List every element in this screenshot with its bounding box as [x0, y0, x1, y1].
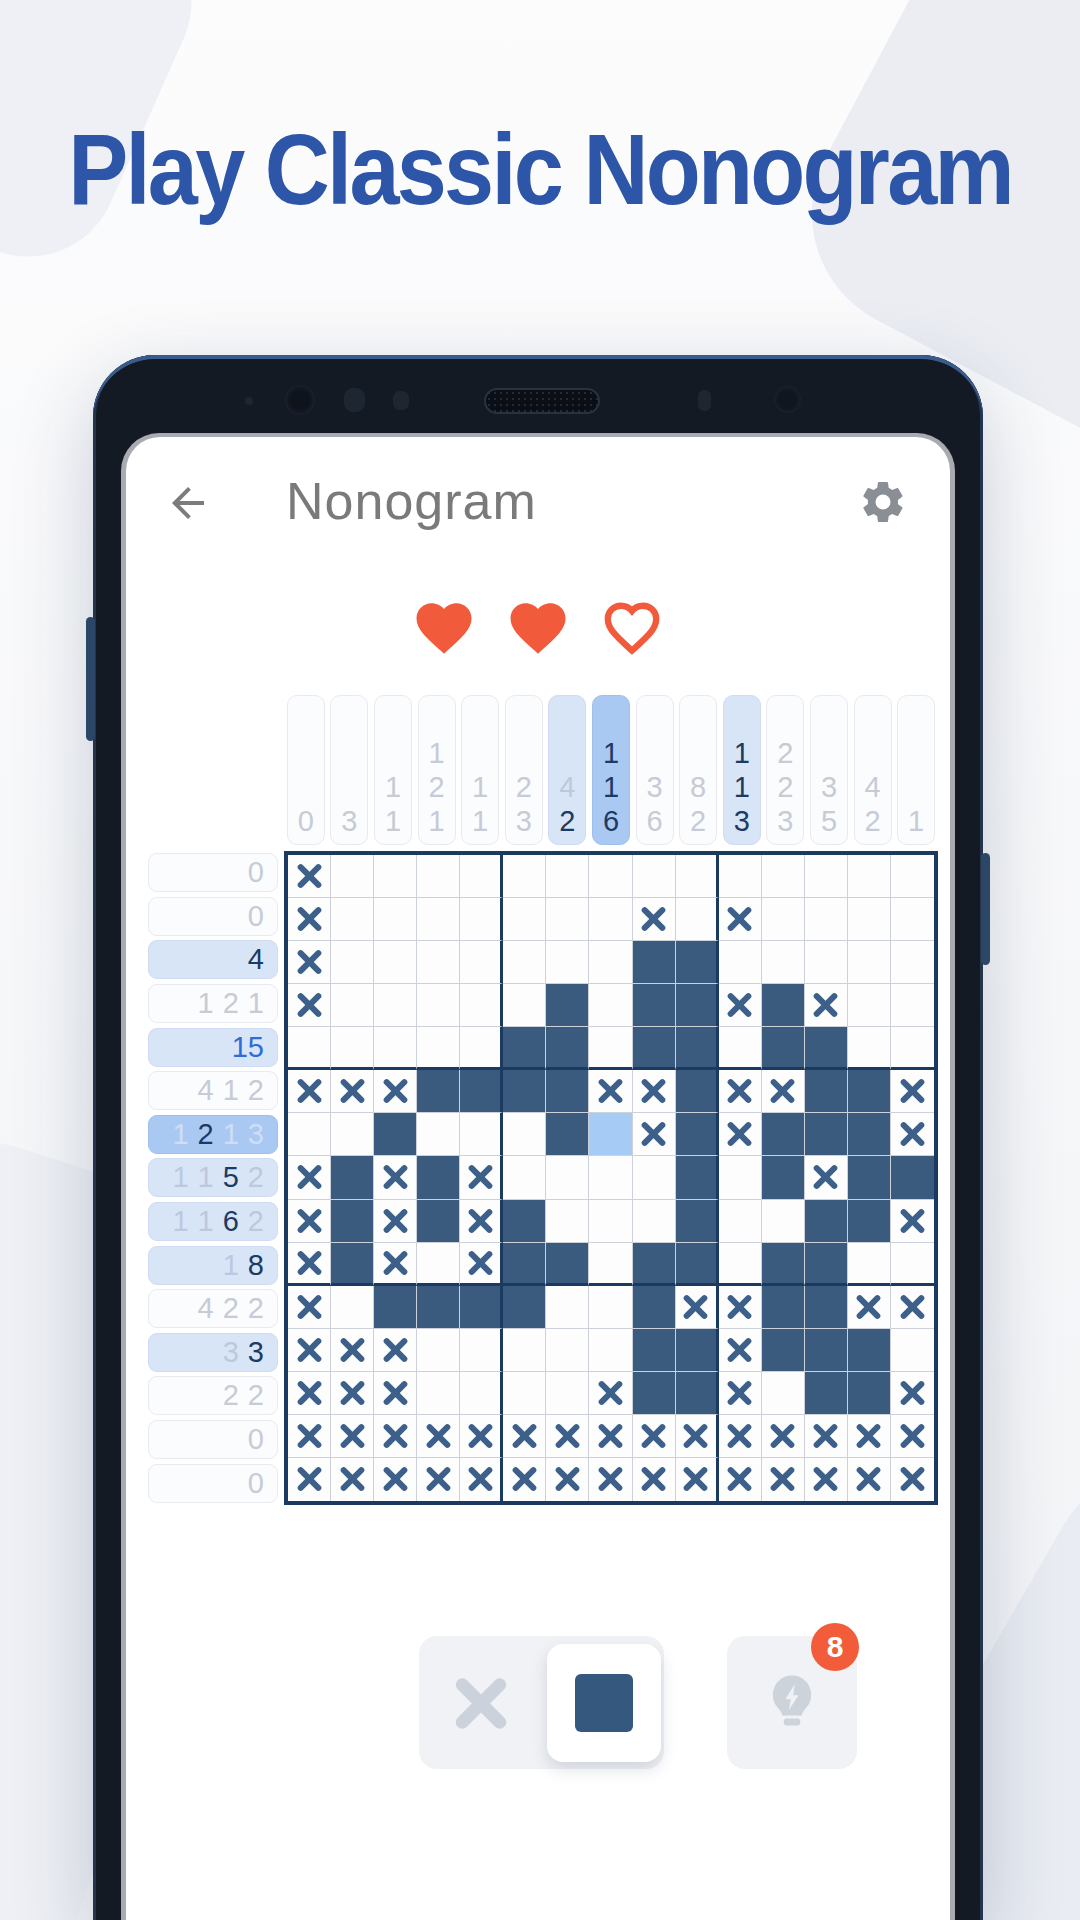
lightbulb-icon	[759, 1670, 825, 1736]
cell-r14-c8[interactable]	[589, 1415, 632, 1458]
cell-r14-c14[interactable]	[848, 1415, 891, 1458]
cell-r14-c11[interactable]	[719, 1415, 762, 1458]
cell-r6-c13[interactable]	[805, 1070, 848, 1113]
cell-r9-c11[interactable]	[719, 1200, 762, 1243]
cell-r9-c4[interactable]	[417, 1200, 460, 1243]
x-mark-icon	[296, 949, 323, 976]
row-clue-10: 18	[148, 1246, 278, 1285]
cell-r11-c11[interactable]	[719, 1286, 762, 1329]
cell-r7-c15[interactable]	[891, 1113, 934, 1156]
cell-r8-c12[interactable]	[762, 1156, 805, 1199]
cell-r2-c9[interactable]	[633, 898, 676, 941]
cell-r10-c1[interactable]	[288, 1243, 331, 1286]
cell-r8-c9[interactable]	[633, 1156, 676, 1199]
cell-r8-c4[interactable]	[417, 1156, 460, 1199]
cell-r13-c14[interactable]	[848, 1372, 891, 1415]
cell-r12-c2[interactable]	[331, 1329, 374, 1372]
x-mark-icon	[597, 1078, 624, 1105]
cell-r2-c12[interactable]	[762, 898, 805, 941]
cell-r12-c5[interactable]	[460, 1329, 503, 1372]
cell-r13-c9[interactable]	[633, 1372, 676, 1415]
x-mark-icon	[899, 1422, 926, 1449]
x-mark-icon	[339, 1466, 366, 1493]
fill-tool-button[interactable]	[547, 1644, 661, 1762]
cell-r5-c5[interactable]	[460, 1027, 503, 1070]
cell-r3-c2[interactable]	[331, 941, 374, 984]
cell-r11-c6[interactable]	[503, 1286, 546, 1329]
cell-r10-c11[interactable]	[719, 1243, 762, 1286]
cell-r12-c10[interactable]	[676, 1329, 719, 1372]
cell-r6-c1[interactable]	[288, 1070, 331, 1113]
x-mark-icon	[899, 1121, 926, 1148]
notification-led	[698, 390, 711, 411]
cell-r14-c2[interactable]	[331, 1415, 374, 1458]
cell-r3-c13[interactable]	[805, 941, 848, 984]
x-mark-icon	[382, 1164, 409, 1191]
cell-r14-c4[interactable]	[417, 1415, 460, 1458]
col-clue-14: 42	[854, 695, 892, 845]
cell-r15-c15[interactable]	[891, 1458, 934, 1501]
cell-r2-c3[interactable]	[374, 898, 417, 941]
sensor-dot	[393, 391, 409, 410]
cell-r8-c2[interactable]	[331, 1156, 374, 1199]
cell-r13-c3[interactable]	[374, 1372, 417, 1415]
cell-r15-c13[interactable]	[805, 1458, 848, 1501]
cell-r11-c3[interactable]	[374, 1286, 417, 1329]
cell-r1-c11[interactable]	[719, 855, 762, 898]
cell-r4-c10[interactable]	[676, 984, 719, 1027]
row-clue-2: 0	[148, 897, 278, 936]
cell-r2-c15[interactable]	[891, 898, 934, 941]
cell-r10-c7[interactable]	[546, 1243, 589, 1286]
back-arrow-icon[interactable]	[164, 479, 212, 527]
x-mark-icon	[899, 1078, 926, 1105]
cell-r7-c6[interactable]	[503, 1113, 546, 1156]
cell-r4-c8[interactable]	[589, 984, 632, 1027]
cell-r7-c3[interactable]	[374, 1113, 417, 1156]
gear-icon[interactable]	[858, 477, 908, 527]
cell-r4-c4[interactable]	[417, 984, 460, 1027]
cell-r11-c15[interactable]	[891, 1286, 934, 1329]
cell-r15-c8[interactable]	[589, 1458, 632, 1501]
x-mark-icon	[467, 1164, 494, 1191]
cell-r9-c13[interactable]	[805, 1200, 848, 1243]
cell-r1-c6[interactable]	[503, 855, 546, 898]
cell-r13-c4[interactable]	[417, 1372, 460, 1415]
cell-r12-c6[interactable]	[503, 1329, 546, 1372]
cell-r10-c4[interactable]	[417, 1243, 460, 1286]
cell-r12-c12[interactable]	[762, 1329, 805, 1372]
cell-r2-c1[interactable]	[288, 898, 331, 941]
cell-r11-c14[interactable]	[848, 1286, 891, 1329]
col-clue-3: 11	[374, 695, 412, 845]
cell-r14-c6[interactable]	[503, 1415, 546, 1458]
cell-r10-c5[interactable]	[460, 1243, 503, 1286]
cell-r14-c5[interactable]	[460, 1415, 503, 1458]
cell-r4-c1[interactable]	[288, 984, 331, 1027]
cell-r15-c3[interactable]	[374, 1458, 417, 1501]
cell-r10-c15[interactable]	[891, 1243, 934, 1286]
cell-r3-c11[interactable]	[719, 941, 762, 984]
col-clue-13: 35	[810, 695, 848, 845]
cell-r11-c4[interactable]	[417, 1286, 460, 1329]
cell-r13-c10[interactable]	[676, 1372, 719, 1415]
cell-r2-c10[interactable]	[676, 898, 719, 941]
x-tool-button[interactable]	[451, 1672, 511, 1732]
cell-r10-c3[interactable]	[374, 1243, 417, 1286]
cell-r13-c11[interactable]	[719, 1372, 762, 1415]
x-mark-icon	[726, 992, 753, 1019]
iris-sensor	[344, 388, 365, 412]
cell-r12-c3[interactable]	[374, 1329, 417, 1372]
cell-r15-c7[interactable]	[546, 1458, 589, 1501]
cell-r8-c6[interactable]	[503, 1156, 546, 1199]
x-mark-icon	[726, 906, 753, 933]
col-clue-8: 116	[592, 695, 630, 845]
cell-r14-c7[interactable]	[546, 1415, 589, 1458]
cell-r1-c2[interactable]	[331, 855, 374, 898]
cell-r9-c10[interactable]	[676, 1200, 719, 1243]
cell-r2-c6[interactable]	[503, 898, 546, 941]
cell-r8-c1[interactable]	[288, 1156, 331, 1199]
cell-r2-c4[interactable]	[417, 898, 460, 941]
cell-r13-c1[interactable]	[288, 1372, 331, 1415]
cell-r1-c8[interactable]	[589, 855, 632, 898]
x-mark-icon	[382, 1422, 409, 1449]
row-clue-6: 412	[148, 1071, 278, 1110]
cell-r2-c11[interactable]	[719, 898, 762, 941]
cell-r7-c7[interactable]	[546, 1113, 589, 1156]
cell-r8-c8[interactable]	[589, 1156, 632, 1199]
cell-r5-c9[interactable]	[633, 1027, 676, 1070]
cell-r1-c10[interactable]	[676, 855, 719, 898]
x-mark-icon	[769, 1078, 796, 1105]
col-clue-2: 3	[330, 695, 368, 845]
col-clue-4: 121	[418, 695, 456, 845]
cell-r6-c15[interactable]	[891, 1070, 934, 1113]
cell-r3-c6[interactable]	[503, 941, 546, 984]
x-mark-icon	[425, 1466, 452, 1493]
cell-r7-c14[interactable]	[848, 1113, 891, 1156]
cell-r14-c3[interactable]	[374, 1415, 417, 1458]
cell-r6-c14[interactable]	[848, 1070, 891, 1113]
cell-r7-c13[interactable]	[805, 1113, 848, 1156]
cell-r3-c3[interactable]	[374, 941, 417, 984]
col-clue-15: 1	[897, 695, 935, 845]
cell-r1-c9[interactable]	[633, 855, 676, 898]
cell-r9-c15[interactable]	[891, 1200, 934, 1243]
cell-r5-c8[interactable]	[589, 1027, 632, 1070]
row-clue-4: 121	[148, 984, 278, 1023]
cell-r9-c3[interactable]	[374, 1200, 417, 1243]
cell-r14-c10[interactable]	[676, 1415, 719, 1458]
cell-r4-c3[interactable]	[374, 984, 417, 1027]
cell-r15-c11[interactable]	[719, 1458, 762, 1501]
x-mark-icon	[640, 1121, 667, 1148]
x-mark-icon	[296, 1293, 323, 1320]
cell-r10-c8[interactable]	[589, 1243, 632, 1286]
cell-r9-c14[interactable]	[848, 1200, 891, 1243]
x-mark-icon	[467, 1466, 494, 1493]
cell-r1-c3[interactable]	[374, 855, 417, 898]
cell-r4-c7[interactable]	[546, 984, 589, 1027]
row-clue-8: 1152	[148, 1158, 278, 1197]
cell-r15-c10[interactable]	[676, 1458, 719, 1501]
cell-r12-c1[interactable]	[288, 1329, 331, 1372]
cell-r5-c3[interactable]	[374, 1027, 417, 1070]
volume-button	[86, 617, 95, 741]
cell-r13-c7[interactable]	[546, 1372, 589, 1415]
col-clue-11: 113	[723, 695, 761, 845]
cell-r15-c1[interactable]	[288, 1458, 331, 1501]
x-mark-icon	[726, 1422, 753, 1449]
cell-r6-c5[interactable]	[460, 1070, 503, 1113]
cell-r1-c4[interactable]	[417, 855, 460, 898]
x-mark-icon	[382, 1078, 409, 1105]
cell-r3-c5[interactable]	[460, 941, 503, 984]
cell-r6-c7[interactable]	[546, 1070, 589, 1113]
row-clue-15: 0	[148, 1464, 278, 1503]
cell-r10-c13[interactable]	[805, 1243, 848, 1286]
cell-r9-c9[interactable]	[633, 1200, 676, 1243]
cell-r12-c8[interactable]	[589, 1329, 632, 1372]
cell-r1-c13[interactable]	[805, 855, 848, 898]
cell-r2-c2[interactable]	[331, 898, 374, 941]
heart-filled-icon	[505, 595, 571, 661]
cell-r10-c9[interactable]	[633, 1243, 676, 1286]
cell-r14-c13[interactable]	[805, 1415, 848, 1458]
cell-r5-c4[interactable]	[417, 1027, 460, 1070]
x-mark-icon	[425, 1422, 452, 1449]
proximity-sensor	[245, 397, 253, 405]
cell-r4-c6[interactable]	[503, 984, 546, 1027]
cell-r1-c1[interactable]	[288, 855, 331, 898]
hint-count-badge: 8	[811, 1623, 859, 1671]
x-mark-icon	[726, 1293, 753, 1320]
cell-r2-c8[interactable]	[589, 898, 632, 941]
cell-r5-c14[interactable]	[848, 1027, 891, 1070]
cell-r11-c9[interactable]	[633, 1286, 676, 1329]
cell-r3-c14[interactable]	[848, 941, 891, 984]
cell-r8-c10[interactable]	[676, 1156, 719, 1199]
cell-r12-c15[interactable]	[891, 1329, 934, 1372]
row-clue-11: 422	[148, 1289, 278, 1328]
cell-r3-c12[interactable]	[762, 941, 805, 984]
row-clue-5: 15	[148, 1028, 278, 1067]
cell-r2-c13[interactable]	[805, 898, 848, 941]
cell-r7-c4[interactable]	[417, 1113, 460, 1156]
cell-r2-c7[interactable]	[546, 898, 589, 941]
cell-r7-c11[interactable]	[719, 1113, 762, 1156]
cell-r13-c2[interactable]	[331, 1372, 374, 1415]
cell-r7-c9[interactable]	[633, 1113, 676, 1156]
cell-r6-c2[interactable]	[331, 1070, 374, 1113]
x-mark-icon	[339, 1078, 366, 1105]
cell-r4-c2[interactable]	[331, 984, 374, 1027]
cell-r11-c12[interactable]	[762, 1286, 805, 1329]
cell-r4-c13[interactable]	[805, 984, 848, 1027]
cell-r15-c14[interactable]	[848, 1458, 891, 1501]
cell-r8-c5[interactable]	[460, 1156, 503, 1199]
cell-r12-c9[interactable]	[633, 1329, 676, 1372]
cell-r4-c15[interactable]	[891, 984, 934, 1027]
cell-r4-c9[interactable]	[633, 984, 676, 1027]
cell-r3-c4[interactable]	[417, 941, 460, 984]
cell-r5-c13[interactable]	[805, 1027, 848, 1070]
x-mark-icon	[682, 1422, 709, 1449]
cell-r13-c12[interactable]	[762, 1372, 805, 1415]
cell-r2-c14[interactable]	[848, 898, 891, 941]
cell-r9-c8[interactable]	[589, 1200, 632, 1243]
row-clue-12: 33	[148, 1333, 278, 1372]
x-mark-icon	[554, 1422, 581, 1449]
cell-r5-c7[interactable]	[546, 1027, 589, 1070]
cell-r15-c4[interactable]	[417, 1458, 460, 1501]
cell-r14-c15[interactable]	[891, 1415, 934, 1458]
cell-r12-c11[interactable]	[719, 1329, 762, 1372]
x-mark-icon	[296, 906, 323, 933]
cell-r6-c9[interactable]	[633, 1070, 676, 1113]
col-clue-1: 0	[287, 695, 325, 845]
cell-r8-c11[interactable]	[719, 1156, 762, 1199]
cell-r11-c5[interactable]	[460, 1286, 503, 1329]
x-mark-icon	[467, 1207, 494, 1234]
cell-r10-c12[interactable]	[762, 1243, 805, 1286]
x-mark-icon	[855, 1293, 882, 1320]
col-clue-10: 82	[679, 695, 717, 845]
cell-r14-c12[interactable]	[762, 1415, 805, 1458]
cell-r7-c2[interactable]	[331, 1113, 374, 1156]
col-clue-9: 36	[636, 695, 674, 845]
cell-r1-c5[interactable]	[460, 855, 503, 898]
cell-r7-c8[interactable]	[589, 1113, 632, 1156]
cell-r11-c1[interactable]	[288, 1286, 331, 1329]
cell-r12-c14[interactable]	[848, 1329, 891, 1372]
cell-r12-c4[interactable]	[417, 1329, 460, 1372]
x-mark-icon	[769, 1422, 796, 1449]
cell-r11-c2[interactable]	[331, 1286, 374, 1329]
cell-r11-c10[interactable]	[676, 1286, 719, 1329]
cell-r6-c10[interactable]	[676, 1070, 719, 1113]
cell-r1-c15[interactable]	[891, 855, 934, 898]
cell-r9-c5[interactable]	[460, 1200, 503, 1243]
cell-r13-c5[interactable]	[460, 1372, 503, 1415]
cell-r1-c7[interactable]	[546, 855, 589, 898]
cell-r10-c10[interactable]	[676, 1243, 719, 1286]
cell-r5-c10[interactable]	[676, 1027, 719, 1070]
cell-r6-c8[interactable]	[589, 1070, 632, 1113]
x-mark-icon	[899, 1379, 926, 1406]
cell-r8-c15[interactable]	[891, 1156, 934, 1199]
row-clue-3: 4	[148, 940, 278, 979]
cell-r13-c15[interactable]	[891, 1372, 934, 1415]
cell-r9-c12[interactable]	[762, 1200, 805, 1243]
cell-r2-c5[interactable]	[460, 898, 503, 941]
cell-r4-c11[interactable]	[719, 984, 762, 1027]
x-mark-icon	[296, 1078, 323, 1105]
cell-r11-c13[interactable]	[805, 1286, 848, 1329]
cell-r9-c6[interactable]	[503, 1200, 546, 1243]
cell-r8-c14[interactable]	[848, 1156, 891, 1199]
cell-r10-c6[interactable]	[503, 1243, 546, 1286]
cell-r6-c11[interactable]	[719, 1070, 762, 1113]
row-clue-13: 22	[148, 1376, 278, 1415]
cell-r4-c14[interactable]	[848, 984, 891, 1027]
x-mark-icon	[769, 1466, 796, 1493]
col-clue-6: 23	[505, 695, 543, 845]
cell-r15-c6[interactable]	[503, 1458, 546, 1501]
cell-r11-c7[interactable]	[546, 1286, 589, 1329]
cell-r9-c1[interactable]	[288, 1200, 331, 1243]
cell-r8-c3[interactable]	[374, 1156, 417, 1199]
cell-r5-c6[interactable]	[503, 1027, 546, 1070]
cell-r7-c10[interactable]	[676, 1113, 719, 1156]
x-mark-icon	[640, 1466, 667, 1493]
cell-r5-c1[interactable]	[288, 1027, 331, 1070]
cell-r10-c2[interactable]	[331, 1243, 374, 1286]
cell-r5-c11[interactable]	[719, 1027, 762, 1070]
cell-r11-c8[interactable]	[589, 1286, 632, 1329]
cell-r1-c12[interactable]	[762, 855, 805, 898]
cell-r6-c3[interactable]	[374, 1070, 417, 1113]
cell-r4-c5[interactable]	[460, 984, 503, 1027]
cell-r5-c15[interactable]	[891, 1027, 934, 1070]
cell-r3-c8[interactable]	[589, 941, 632, 984]
x-mark-icon	[682, 1293, 709, 1320]
cell-r15-c5[interactable]	[460, 1458, 503, 1501]
cell-r3-c1[interactable]	[288, 941, 331, 984]
cell-r14-c9[interactable]	[633, 1415, 676, 1458]
x-mark-icon	[726, 1379, 753, 1406]
cell-r9-c2[interactable]	[331, 1200, 374, 1243]
cell-r6-c4[interactable]	[417, 1070, 460, 1113]
cell-r3-c7[interactable]	[546, 941, 589, 984]
cell-r7-c12[interactable]	[762, 1113, 805, 1156]
cell-r4-c12[interactable]	[762, 984, 805, 1027]
cell-r6-c6[interactable]	[503, 1070, 546, 1113]
cell-r9-c7[interactable]	[546, 1200, 589, 1243]
cell-r5-c2[interactable]	[331, 1027, 374, 1070]
cell-r15-c2[interactable]	[331, 1458, 374, 1501]
app-bar: Nonogram	[126, 465, 950, 545]
cell-r14-c1[interactable]	[288, 1415, 331, 1458]
app-screen: Nonogram 03111211123421	[126, 437, 950, 1920]
x-mark-icon	[899, 1293, 926, 1320]
cell-r1-c14[interactable]	[848, 855, 891, 898]
cell-r8-c7[interactable]	[546, 1156, 589, 1199]
cell-r7-c1[interactable]	[288, 1113, 331, 1156]
cell-r5-c12[interactable]	[762, 1027, 805, 1070]
x-mark-icon	[597, 1422, 624, 1449]
x-mark-icon	[726, 1121, 753, 1148]
cell-r3-c10[interactable]	[676, 941, 719, 984]
cell-r8-c13[interactable]	[805, 1156, 848, 1199]
cell-r15-c12[interactable]	[762, 1458, 805, 1501]
cell-r13-c13[interactable]	[805, 1372, 848, 1415]
cell-r6-c12[interactable]	[762, 1070, 805, 1113]
cell-r15-c9[interactable]	[633, 1458, 676, 1501]
cell-r12-c7[interactable]	[546, 1329, 589, 1372]
cell-r12-c13[interactable]	[805, 1329, 848, 1372]
cell-r3-c9[interactable]	[633, 941, 676, 984]
x-mark-icon	[382, 1336, 409, 1363]
cell-r13-c6[interactable]	[503, 1372, 546, 1415]
cell-r3-c15[interactable]	[891, 941, 934, 984]
cell-r10-c14[interactable]	[848, 1243, 891, 1286]
cell-r13-c8[interactable]	[589, 1372, 632, 1415]
row-clue-9: 1162	[148, 1202, 278, 1241]
cell-r7-c5[interactable]	[460, 1113, 503, 1156]
